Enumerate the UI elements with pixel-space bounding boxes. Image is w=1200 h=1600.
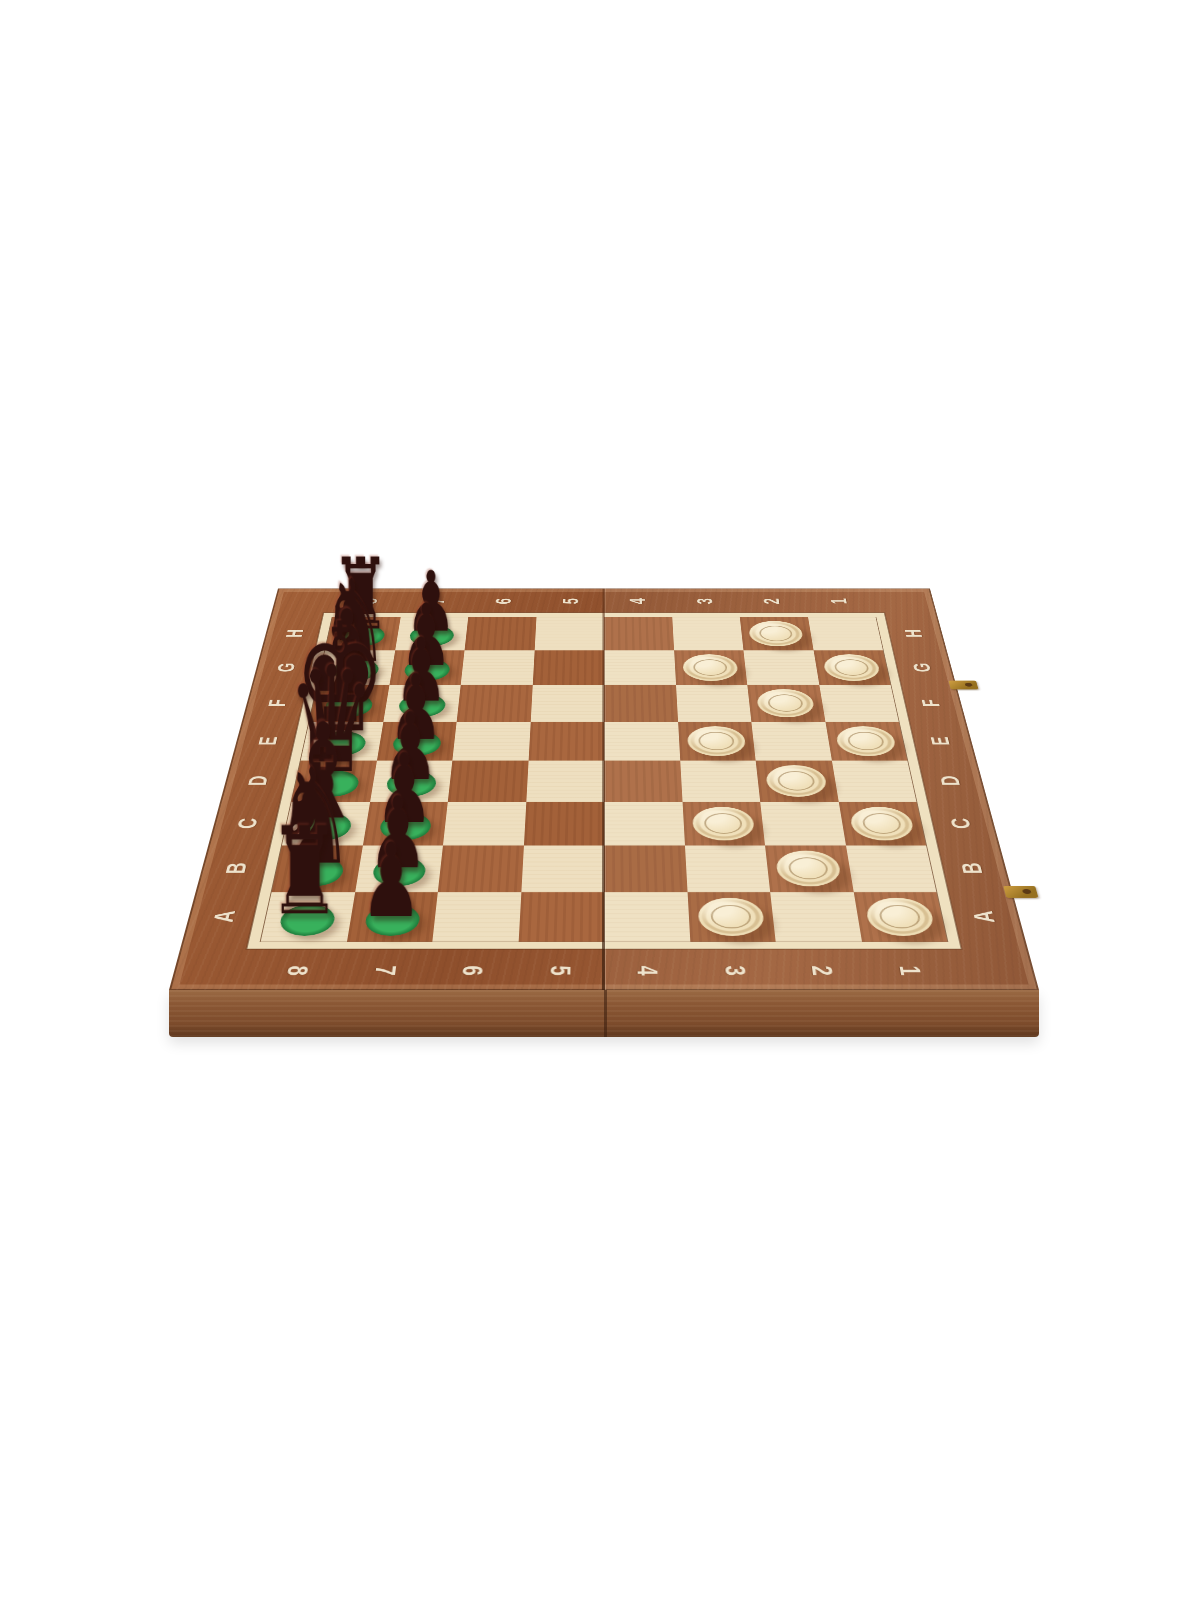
square-d4[interactable] [604, 761, 682, 802]
coord-far-6: 6 [488, 594, 519, 608]
checker-g3[interactable] [682, 654, 739, 681]
brass-clasp-icon [1003, 886, 1038, 898]
square-c2[interactable] [760, 802, 845, 846]
square-h3[interactable] [672, 617, 744, 650]
fold-hinge-seam [602, 589, 605, 990]
coord-right-B: B [951, 858, 993, 879]
square-h1[interactable] [808, 617, 883, 650]
coord-right-E: E [921, 732, 959, 750]
square-h5[interactable] [534, 617, 604, 650]
square-b3[interactable] [685, 845, 771, 892]
square-a2[interactable] [770, 892, 861, 942]
coord-near-6: 6 [452, 959, 494, 983]
chessboard-3d: HHGGFFEEDDCCBBAA8877665544332211 ♜♞♝♚♛♝♞… [169, 589, 1039, 990]
checker-e3[interactable] [686, 726, 746, 756]
square-c5[interactable] [523, 802, 604, 846]
coord-near-3: 3 [715, 959, 757, 983]
coord-near-7: 7 [364, 959, 407, 983]
coord-near-8: 8 [276, 959, 320, 983]
coord-right-C: C [940, 813, 981, 833]
square-f6[interactable] [457, 685, 533, 722]
coord-right-H: H [896, 626, 931, 641]
square-b1[interactable] [846, 845, 937, 892]
square-f4[interactable] [604, 685, 678, 722]
square-e2[interactable] [751, 722, 831, 761]
square-d1[interactable] [831, 761, 916, 802]
square-f1[interactable] [819, 685, 899, 722]
square-h6[interactable] [465, 617, 537, 650]
product-photo-scene: HHGGFFEEDDCCBBAA8877665544332211 ♜♞♝♚♛♝♞… [0, 0, 1200, 1600]
coord-right-F: F [912, 695, 949, 712]
coord-near-5: 5 [540, 959, 580, 983]
coord-far-2: 2 [756, 594, 788, 608]
coord-far-5: 5 [555, 594, 586, 608]
coord-far-1: 1 [822, 594, 855, 608]
coord-left-A: A [202, 905, 246, 927]
square-g5[interactable] [532, 650, 604, 685]
square-f5[interactable] [530, 685, 604, 722]
coord-near-2: 2 [801, 959, 844, 983]
square-e5[interactable] [528, 722, 604, 761]
square-f3[interactable] [676, 685, 752, 722]
square-a5[interactable] [518, 892, 604, 942]
square-h4[interactable] [604, 617, 674, 650]
square-b4[interactable] [604, 845, 687, 892]
square-c4[interactable] [604, 802, 685, 846]
square-b5[interactable] [521, 845, 604, 892]
side-fold-seam [604, 990, 607, 1037]
coord-right-D: D [930, 772, 969, 791]
square-d3[interactable] [680, 761, 760, 802]
square-b6[interactable] [438, 845, 524, 892]
square-g2[interactable] [743, 650, 818, 685]
square-a6[interactable] [432, 892, 521, 942]
square-c6[interactable] [443, 802, 526, 846]
square-d6[interactable] [448, 761, 528, 802]
square-g6[interactable] [461, 650, 535, 685]
coord-right-A: A [962, 905, 1006, 927]
square-a4[interactable] [604, 892, 690, 942]
coord-near-4: 4 [628, 959, 668, 983]
brass-clasp-icon [948, 681, 978, 690]
square-d5[interactable] [526, 761, 604, 802]
coord-far-3: 3 [689, 594, 720, 608]
square-e4[interactable] [604, 722, 680, 761]
square-e6[interactable] [452, 722, 530, 761]
coord-right-G: G [904, 660, 940, 676]
board-side-edge [169, 990, 1039, 1037]
coord-far-4: 4 [622, 594, 653, 608]
square-g4[interactable] [604, 650, 676, 685]
coord-near-1: 1 [888, 959, 932, 983]
